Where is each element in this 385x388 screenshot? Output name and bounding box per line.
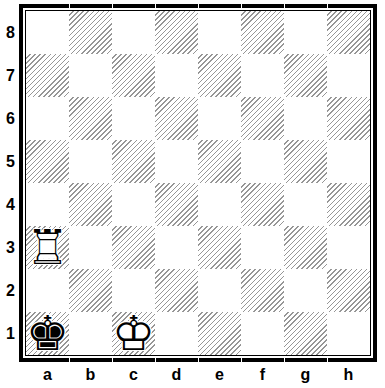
square-b4[interactable]: [69, 183, 112, 226]
rank-label-5: 5: [0, 140, 16, 183]
square-g4[interactable]: [284, 183, 327, 226]
file-label-a: a: [26, 362, 69, 388]
square-c5[interactable]: [112, 140, 155, 183]
border-tick-marks-top: [27, 4, 370, 8]
file-label-g: g: [284, 362, 327, 388]
square-e1[interactable]: [198, 312, 241, 355]
rank-label-1: 1: [0, 312, 16, 355]
chess-diagram: 87654321 ♜♖♚♚♔ abcdefgh: [0, 0, 385, 388]
file-label-b: b: [69, 362, 112, 388]
square-f5[interactable]: [241, 140, 284, 183]
square-e6[interactable]: [198, 97, 241, 140]
square-h6[interactable]: [327, 97, 370, 140]
square-h4[interactable]: [327, 183, 370, 226]
black-king[interactable]: ♚: [26, 312, 69, 355]
square-a7[interactable]: [26, 54, 69, 97]
white-king-glyph: ♔: [112, 312, 155, 355]
square-d2[interactable]: [155, 269, 198, 312]
square-g1[interactable]: [284, 312, 327, 355]
square-f6[interactable]: [241, 97, 284, 140]
rank-label-7: 7: [0, 54, 16, 97]
square-e8[interactable]: [198, 11, 241, 54]
square-g2[interactable]: [284, 269, 327, 312]
square-c8[interactable]: [112, 11, 155, 54]
board-frame: ♜♖♚♚♔: [19, 4, 377, 362]
rank-label-4: 4: [0, 183, 16, 226]
black-king-glyph: ♚: [26, 312, 69, 355]
square-b8[interactable]: [69, 11, 112, 54]
square-g3[interactable]: [284, 226, 327, 269]
square-c1[interactable]: ♚♔: [112, 312, 155, 355]
square-e2[interactable]: [198, 269, 241, 312]
square-d1[interactable]: [155, 312, 198, 355]
square-h5[interactable]: [327, 140, 370, 183]
square-f2[interactable]: [241, 269, 284, 312]
square-h8[interactable]: [327, 11, 370, 54]
square-b1[interactable]: [69, 312, 112, 355]
square-b5[interactable]: [69, 140, 112, 183]
square-d3[interactable]: [155, 226, 198, 269]
square-a3[interactable]: ♜♖: [26, 226, 69, 269]
square-f3[interactable]: [241, 226, 284, 269]
square-a1[interactable]: ♚: [26, 312, 69, 355]
square-d5[interactable]: [155, 140, 198, 183]
square-d7[interactable]: [155, 54, 198, 97]
square-e3[interactable]: [198, 226, 241, 269]
file-label-f: f: [241, 362, 284, 388]
square-a8[interactable]: [26, 11, 69, 54]
white-king[interactable]: ♚♔: [112, 312, 155, 355]
square-c7[interactable]: [112, 54, 155, 97]
square-c4[interactable]: [112, 183, 155, 226]
square-g5[interactable]: [284, 140, 327, 183]
square-d6[interactable]: [155, 97, 198, 140]
square-h7[interactable]: [327, 54, 370, 97]
rank-labels: 87654321: [0, 11, 16, 355]
square-b6[interactable]: [69, 97, 112, 140]
square-c3[interactable]: [112, 226, 155, 269]
rank-label-3: 3: [0, 226, 16, 269]
square-d4[interactable]: [155, 183, 198, 226]
square-f7[interactable]: [241, 54, 284, 97]
white-rook-glyph: ♖: [26, 226, 69, 269]
board-grid: ♜♖♚♚♔: [26, 11, 370, 355]
square-e5[interactable]: [198, 140, 241, 183]
square-f8[interactable]: [241, 11, 284, 54]
square-d8[interactable]: [155, 11, 198, 54]
square-g6[interactable]: [284, 97, 327, 140]
square-e4[interactable]: [198, 183, 241, 226]
rank-label-2: 2: [0, 269, 16, 312]
file-label-d: d: [155, 362, 198, 388]
board-inner-border: ♜♖♚♚♔: [25, 10, 371, 356]
white-rook[interactable]: ♜♖: [26, 226, 69, 269]
square-b7[interactable]: [69, 54, 112, 97]
rank-label-8: 8: [0, 11, 16, 54]
square-h2[interactable]: [327, 269, 370, 312]
square-a6[interactable]: [26, 97, 69, 140]
file-labels: abcdefgh: [26, 362, 370, 388]
file-label-h: h: [327, 362, 370, 388]
file-label-c: c: [112, 362, 155, 388]
square-g7[interactable]: [284, 54, 327, 97]
square-f4[interactable]: [241, 183, 284, 226]
file-label-e: e: [198, 362, 241, 388]
rank-label-6: 6: [0, 97, 16, 140]
square-e7[interactable]: [198, 54, 241, 97]
square-g8[interactable]: [284, 11, 327, 54]
square-b3[interactable]: [69, 226, 112, 269]
square-h1[interactable]: [327, 312, 370, 355]
square-a5[interactable]: [26, 140, 69, 183]
square-b2[interactable]: [69, 269, 112, 312]
square-f1[interactable]: [241, 312, 284, 355]
square-h3[interactable]: [327, 226, 370, 269]
square-c6[interactable]: [112, 97, 155, 140]
